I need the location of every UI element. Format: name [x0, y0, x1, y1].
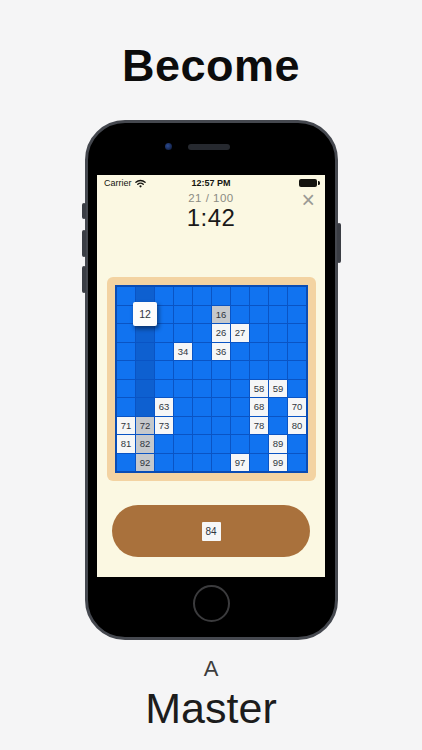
- grid-cell[interactable]: [212, 287, 230, 305]
- grid-cell[interactable]: [155, 435, 173, 453]
- grid-cell[interactable]: 89: [269, 435, 287, 453]
- grid-cell[interactable]: [212, 380, 230, 398]
- number-tile: 97: [231, 454, 249, 472]
- volume-down-button: [82, 266, 86, 293]
- number-tile: 82: [136, 435, 154, 453]
- grid-cell[interactable]: 71: [117, 417, 135, 435]
- grid-cell[interactable]: 80: [288, 417, 306, 435]
- number-tile: 72: [136, 417, 154, 435]
- grid-cell[interactable]: 81: [117, 435, 135, 453]
- grid-cell[interactable]: [136, 398, 154, 416]
- number-tile: 26: [212, 324, 230, 342]
- grid-cell[interactable]: [193, 324, 211, 342]
- grid-cell[interactable]: [117, 398, 135, 416]
- grid-cell[interactable]: [174, 454, 192, 472]
- grid-cell[interactable]: [250, 435, 268, 453]
- grid-cell[interactable]: [288, 380, 306, 398]
- grid-cell[interactable]: [193, 287, 211, 305]
- number-tile: 59: [269, 380, 287, 398]
- number-tile: 16: [212, 306, 230, 324]
- next-tile-tray: 84: [112, 505, 310, 557]
- grid-cell[interactable]: [155, 380, 173, 398]
- power-button: [337, 223, 341, 263]
- grid-cell[interactable]: 97: [231, 454, 249, 472]
- grid-cell[interactable]: [174, 306, 192, 324]
- grid-cell[interactable]: 72: [136, 417, 154, 435]
- grid-cell[interactable]: [269, 417, 287, 435]
- grid-cell[interactable]: [288, 324, 306, 342]
- grid-cell[interactable]: [136, 361, 154, 379]
- grid-cell[interactable]: 73: [155, 417, 173, 435]
- grid-cell[interactable]: [174, 361, 192, 379]
- grid-cell[interactable]: 58: [250, 380, 268, 398]
- grid-cell[interactable]: [117, 361, 135, 379]
- grid-cell[interactable]: [193, 454, 211, 472]
- number-tile: 73: [155, 417, 173, 435]
- grid-cell[interactable]: [117, 380, 135, 398]
- grid-cell[interactable]: [269, 324, 287, 342]
- grid-cell[interactable]: [136, 343, 154, 361]
- mute-switch: [82, 203, 86, 219]
- number-tile: 99: [269, 454, 287, 472]
- grid-cell[interactable]: [117, 324, 135, 342]
- grid-cell[interactable]: [155, 343, 173, 361]
- grid-cell[interactable]: [250, 306, 268, 324]
- grid-cell[interactable]: [269, 398, 287, 416]
- number-tile: 80: [288, 417, 306, 435]
- grid-cell[interactable]: 34: [174, 343, 192, 361]
- number-tile: 78: [250, 417, 268, 435]
- grid-cell[interactable]: [117, 287, 135, 305]
- phone-mockup: Carrier 12:57 PM 21 / 100 1:42 × 1626273…: [85, 120, 338, 640]
- grid-cell[interactable]: [288, 435, 306, 453]
- grid-cell[interactable]: [193, 361, 211, 379]
- grid-cell[interactable]: 27: [231, 324, 249, 342]
- grid-cell[interactable]: [231, 417, 249, 435]
- status-time: 12:57 PM: [97, 178, 325, 188]
- grid-cell[interactable]: [212, 454, 230, 472]
- grid-cell[interactable]: [136, 380, 154, 398]
- grid-cell[interactable]: [117, 343, 135, 361]
- grid-cell[interactable]: [193, 435, 211, 453]
- grid-cell[interactable]: [212, 435, 230, 453]
- grid-cell[interactable]: [288, 454, 306, 472]
- grid-cell[interactable]: [117, 454, 135, 472]
- grid-cell[interactable]: 26: [212, 324, 230, 342]
- grid-cell[interactable]: [231, 306, 249, 324]
- grid-cell[interactable]: [231, 380, 249, 398]
- grid-cell[interactable]: 99: [269, 454, 287, 472]
- grid-cell[interactable]: [174, 380, 192, 398]
- grid-cell[interactable]: [155, 306, 173, 324]
- volume-up-button: [82, 230, 86, 257]
- number-tile: 36: [212, 343, 230, 361]
- grid-cell[interactable]: [288, 343, 306, 361]
- grid-cell[interactable]: [231, 361, 249, 379]
- grid-cell[interactable]: [193, 417, 211, 435]
- grid-cell[interactable]: [250, 287, 268, 305]
- grid-cell[interactable]: 63: [155, 398, 173, 416]
- grid-cell[interactable]: 92: [136, 454, 154, 472]
- marketing-heading-a: A: [0, 656, 422, 682]
- number-tile: 58: [250, 380, 268, 398]
- number-tile: 89: [269, 435, 287, 453]
- grid-cell[interactable]: [250, 343, 268, 361]
- grid-cell[interactable]: [193, 306, 211, 324]
- grid-cell[interactable]: [250, 454, 268, 472]
- grid-cell[interactable]: [174, 324, 192, 342]
- grid-cell[interactable]: [155, 454, 173, 472]
- app-store-screenshot: Become Carrier 12:57 PM 21 / 100: [0, 0, 422, 750]
- grid-cell[interactable]: [136, 324, 154, 342]
- grid-cell[interactable]: [155, 324, 173, 342]
- close-button[interactable]: ×: [302, 189, 315, 212]
- home-button: [193, 585, 230, 622]
- grid-cell[interactable]: [231, 343, 249, 361]
- grid-cell[interactable]: [212, 361, 230, 379]
- grid-cell[interactable]: [174, 435, 192, 453]
- number-tile: 92: [136, 454, 154, 472]
- progress-counter: 21 / 100: [97, 192, 325, 204]
- grid-cell[interactable]: [174, 287, 192, 305]
- number-tile: 81: [117, 435, 135, 453]
- grid-cell[interactable]: [288, 287, 306, 305]
- grid-cell[interactable]: 78: [250, 417, 268, 435]
- grid-cell[interactable]: [155, 287, 173, 305]
- grid-cell[interactable]: 16: [212, 306, 230, 324]
- game-timer: 1:42: [97, 204, 325, 232]
- number-tile: 71: [117, 417, 135, 435]
- number-tile: 68: [250, 398, 268, 416]
- next-number-tile[interactable]: 84: [202, 522, 221, 541]
- grid-cell[interactable]: [269, 306, 287, 324]
- grid-cell[interactable]: [288, 361, 306, 379]
- grid-cell[interactable]: 59: [269, 380, 287, 398]
- game-board: 1626273436585963687071727378808182899297…: [107, 277, 316, 481]
- grid-cell[interactable]: [193, 380, 211, 398]
- grid-cell[interactable]: [288, 306, 306, 324]
- front-camera-icon: [165, 143, 172, 150]
- marketing-heading-master: Master: [0, 684, 422, 733]
- grid-cell[interactable]: [269, 343, 287, 361]
- earpiece-speaker: [188, 144, 230, 150]
- grid-cell[interactable]: [174, 398, 192, 416]
- grid-cell[interactable]: [193, 398, 211, 416]
- grid-cell[interactable]: [212, 417, 230, 435]
- floating-number-tile[interactable]: 12: [133, 302, 157, 326]
- grid-cell[interactable]: 36: [212, 343, 230, 361]
- grid-cell[interactable]: [231, 287, 249, 305]
- grid-cell[interactable]: [250, 324, 268, 342]
- number-tile: 63: [155, 398, 173, 416]
- grid-cell[interactable]: [155, 361, 173, 379]
- grid-cell[interactable]: [269, 361, 287, 379]
- marketing-heading-top: Become: [0, 40, 422, 92]
- grid-cell[interactable]: [193, 343, 211, 361]
- grid-cell[interactable]: [174, 417, 192, 435]
- grid-cell[interactable]: 82: [136, 435, 154, 453]
- battery-icon: [299, 179, 317, 187]
- grid-cell[interactable]: 70: [288, 398, 306, 416]
- status-bar: Carrier 12:57 PM: [97, 175, 325, 192]
- phone-screen: Carrier 12:57 PM 21 / 100 1:42 × 1626273…: [97, 175, 325, 577]
- grid-cell[interactable]: [212, 398, 230, 416]
- number-tile: 70: [288, 398, 306, 416]
- grid-cell[interactable]: [231, 398, 249, 416]
- number-tile: 34: [174, 343, 192, 361]
- number-tile: 27: [231, 324, 249, 342]
- grid-cell[interactable]: [250, 361, 268, 379]
- grid-cell[interactable]: 68: [250, 398, 268, 416]
- grid-cell[interactable]: [231, 435, 249, 453]
- grid-cell[interactable]: [269, 287, 287, 305]
